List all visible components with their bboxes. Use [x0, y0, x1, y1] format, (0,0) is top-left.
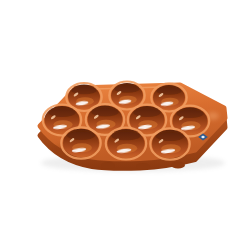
- tray-foot: [136, 163, 150, 170]
- tray-foot: [101, 162, 115, 169]
- product-photo: [0, 0, 250, 250]
- tray-graphic: [0, 0, 250, 250]
- tray-foot: [171, 161, 185, 168]
- cup-well: [150, 128, 189, 159]
- cup-well: [61, 127, 100, 158]
- cup-well: [106, 128, 146, 160]
